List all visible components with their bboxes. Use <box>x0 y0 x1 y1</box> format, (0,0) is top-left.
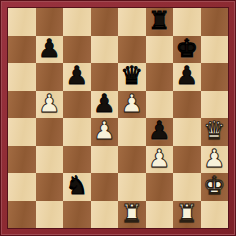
square-c6[interactable]: ♟ <box>63 63 91 91</box>
square-b8[interactable] <box>36 8 64 36</box>
square-f5[interactable] <box>146 91 174 119</box>
chess-board: ♜♟♚♟♛♟♟♟♟♟♟♛♟♟♞♚♜♜ <box>7 7 229 229</box>
square-d8[interactable] <box>91 8 119 36</box>
square-b4[interactable] <box>36 118 64 146</box>
square-e3[interactable] <box>118 146 146 174</box>
square-f6[interactable] <box>146 63 174 91</box>
square-e6[interactable]: ♛ <box>118 63 146 91</box>
square-c7[interactable] <box>63 36 91 64</box>
square-h7[interactable] <box>201 36 229 64</box>
square-a6[interactable] <box>8 63 36 91</box>
square-e4[interactable] <box>118 118 146 146</box>
square-h1[interactable] <box>201 201 229 229</box>
square-b3[interactable] <box>36 146 64 174</box>
square-h2[interactable]: ♚ <box>201 173 229 201</box>
square-e1[interactable]: ♜ <box>118 201 146 229</box>
square-d6[interactable] <box>91 63 119 91</box>
white-pawn[interactable]: ♟ <box>38 91 60 116</box>
square-b6[interactable] <box>36 63 64 91</box>
black-pawn[interactable]: ♟ <box>66 63 88 88</box>
square-a4[interactable] <box>8 118 36 146</box>
square-g3[interactable] <box>173 146 201 174</box>
square-e8[interactable] <box>118 8 146 36</box>
white-rook[interactable]: ♜ <box>176 201 198 226</box>
square-c2[interactable]: ♞ <box>63 173 91 201</box>
square-f2[interactable] <box>146 173 174 201</box>
square-c3[interactable] <box>63 146 91 174</box>
square-b2[interactable] <box>36 173 64 201</box>
square-f3[interactable]: ♟ <box>146 146 174 174</box>
black-pawn[interactable]: ♟ <box>148 118 170 143</box>
square-c4[interactable] <box>63 118 91 146</box>
square-g4[interactable] <box>173 118 201 146</box>
square-h3[interactable]: ♟ <box>201 146 229 174</box>
black-rook[interactable]: ♜ <box>148 8 170 33</box>
white-pawn[interactable]: ♟ <box>203 146 225 171</box>
square-f4[interactable]: ♟ <box>146 118 174 146</box>
square-d5[interactable]: ♟ <box>91 91 119 119</box>
black-king[interactable]: ♚ <box>176 36 198 61</box>
square-e7[interactable] <box>118 36 146 64</box>
board-frame: ♜♟♚♟♛♟♟♟♟♟♟♛♟♟♞♚♜♜ <box>0 0 236 236</box>
square-f1[interactable] <box>146 201 174 229</box>
square-a5[interactable] <box>8 91 36 119</box>
white-rook[interactable]: ♜ <box>121 201 143 226</box>
square-b1[interactable] <box>36 201 64 229</box>
square-c8[interactable] <box>63 8 91 36</box>
square-g1[interactable]: ♜ <box>173 201 201 229</box>
square-b7[interactable]: ♟ <box>36 36 64 64</box>
square-a1[interactable] <box>8 201 36 229</box>
white-king[interactable]: ♚ <box>203 173 225 198</box>
square-c5[interactable] <box>63 91 91 119</box>
white-pawn[interactable]: ♟ <box>121 91 143 116</box>
black-pawn[interactable]: ♟ <box>93 91 115 116</box>
square-h6[interactable] <box>201 63 229 91</box>
black-pawn[interactable]: ♟ <box>176 63 198 88</box>
square-g6[interactable]: ♟ <box>173 63 201 91</box>
square-g2[interactable] <box>173 173 201 201</box>
square-f7[interactable] <box>146 36 174 64</box>
square-a2[interactable] <box>8 173 36 201</box>
square-d1[interactable] <box>91 201 119 229</box>
square-g8[interactable] <box>173 8 201 36</box>
white-pawn[interactable]: ♟ <box>93 118 115 143</box>
square-d4[interactable]: ♟ <box>91 118 119 146</box>
square-e2[interactable] <box>118 173 146 201</box>
square-h4[interactable]: ♛ <box>201 118 229 146</box>
square-h5[interactable] <box>201 91 229 119</box>
square-g7[interactable]: ♚ <box>173 36 201 64</box>
square-a7[interactable] <box>8 36 36 64</box>
square-b5[interactable]: ♟ <box>36 91 64 119</box>
black-pawn[interactable]: ♟ <box>38 36 60 61</box>
square-g5[interactable] <box>173 91 201 119</box>
square-d7[interactable] <box>91 36 119 64</box>
white-pawn[interactable]: ♟ <box>148 146 170 171</box>
square-a8[interactable] <box>8 8 36 36</box>
square-c1[interactable] <box>63 201 91 229</box>
square-f8[interactable]: ♜ <box>146 8 174 36</box>
square-d2[interactable] <box>91 173 119 201</box>
white-queen[interactable]: ♛ <box>203 118 225 143</box>
black-knight[interactable]: ♞ <box>66 173 88 198</box>
square-h8[interactable] <box>201 8 229 36</box>
black-queen[interactable]: ♛ <box>121 63 143 88</box>
square-e5[interactable]: ♟ <box>118 91 146 119</box>
square-d3[interactable] <box>91 146 119 174</box>
square-a3[interactable] <box>8 146 36 174</box>
